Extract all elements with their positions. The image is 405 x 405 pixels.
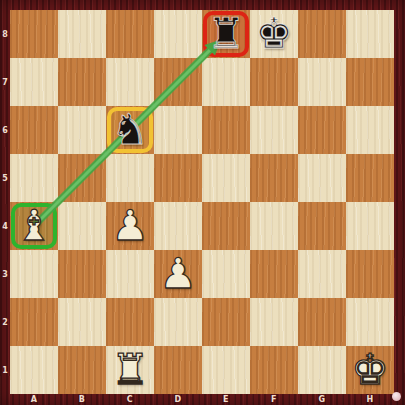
square-b6[interactable] (58, 106, 106, 154)
square-f7[interactable] (250, 58, 298, 106)
file-label-c: C (106, 394, 154, 405)
rank-label-4: 4 (0, 202, 10, 250)
square-e7[interactable] (202, 58, 250, 106)
file-label-b: B (58, 394, 106, 405)
square-h3[interactable] (346, 250, 394, 298)
square-h6[interactable] (346, 106, 394, 154)
square-g6[interactable] (298, 106, 346, 154)
square-g8[interactable] (298, 10, 346, 58)
square-e5[interactable] (202, 154, 250, 202)
square-b8[interactable] (58, 10, 106, 58)
square-f3[interactable] (250, 250, 298, 298)
piece-black-rook-e8[interactable]: ♜ (202, 10, 250, 58)
square-h7[interactable] (346, 58, 394, 106)
piece-white-pawn-c4[interactable]: ♟ (106, 202, 154, 250)
square-f6[interactable] (250, 106, 298, 154)
rank-label-3: 3 (0, 250, 10, 298)
square-c3[interactable] (106, 250, 154, 298)
piece-black-king-f8[interactable]: ♚ (250, 10, 298, 58)
square-c5[interactable] (106, 154, 154, 202)
square-d8[interactable] (154, 10, 202, 58)
square-d7[interactable] (154, 58, 202, 106)
square-a7[interactable] (10, 58, 58, 106)
square-a6[interactable] (10, 106, 58, 154)
square-e1[interactable] (202, 346, 250, 394)
square-f2[interactable] (250, 298, 298, 346)
file-label-f: F (250, 394, 298, 405)
rank-label-2: 2 (0, 298, 10, 346)
square-d1[interactable] (154, 346, 202, 394)
file-label-h: H (346, 394, 394, 405)
square-d2[interactable] (154, 298, 202, 346)
square-g3[interactable] (298, 250, 346, 298)
file-label-e: E (202, 394, 250, 405)
rank-label-6: 6 (0, 106, 10, 154)
square-e4[interactable] (202, 202, 250, 250)
square-h2[interactable] (346, 298, 394, 346)
square-h8[interactable] (346, 10, 394, 58)
square-g4[interactable] (298, 202, 346, 250)
chess-board-frame: 12345678ABCDEFGH♜♚♞♝♟♟♜♚ (0, 0, 405, 405)
square-c8[interactable] (106, 10, 154, 58)
file-label-g: G (298, 394, 346, 405)
square-g2[interactable] (298, 298, 346, 346)
square-a2[interactable] (10, 298, 58, 346)
square-g7[interactable] (298, 58, 346, 106)
square-e2[interactable] (202, 298, 250, 346)
square-a8[interactable] (10, 10, 58, 58)
square-a1[interactable] (10, 346, 58, 394)
square-f5[interactable] (250, 154, 298, 202)
rank-label-1: 1 (0, 346, 10, 394)
rank-label-5: 5 (0, 154, 10, 202)
chess-board (10, 10, 394, 394)
file-label-a: A (10, 394, 58, 405)
rank-label-7: 7 (0, 58, 10, 106)
square-b3[interactable] (58, 250, 106, 298)
piece-white-king-h1[interactable]: ♚ (346, 346, 394, 394)
piece-white-rook-c1[interactable]: ♜ (106, 346, 154, 394)
square-b7[interactable] (58, 58, 106, 106)
piece-white-pawn-d3[interactable]: ♟ (154, 250, 202, 298)
square-b1[interactable] (58, 346, 106, 394)
square-d5[interactable] (154, 154, 202, 202)
square-e3[interactable] (202, 250, 250, 298)
square-c7[interactable] (106, 58, 154, 106)
square-a3[interactable] (10, 250, 58, 298)
square-h4[interactable] (346, 202, 394, 250)
square-e6[interactable] (202, 106, 250, 154)
square-d6[interactable] (154, 106, 202, 154)
square-g1[interactable] (298, 346, 346, 394)
square-b5[interactable] (58, 154, 106, 202)
square-f1[interactable] (250, 346, 298, 394)
square-b4[interactable] (58, 202, 106, 250)
corner-dot (392, 392, 401, 401)
rank-label-8: 8 (0, 10, 10, 58)
square-f4[interactable] (250, 202, 298, 250)
piece-black-knight-c6[interactable]: ♞ (106, 106, 154, 154)
square-a5[interactable] (10, 154, 58, 202)
square-c2[interactable] (106, 298, 154, 346)
square-g5[interactable] (298, 154, 346, 202)
square-h5[interactable] (346, 154, 394, 202)
file-label-d: D (154, 394, 202, 405)
square-b2[interactable] (58, 298, 106, 346)
square-d4[interactable] (154, 202, 202, 250)
piece-white-bishop-a4[interactable]: ♝ (10, 202, 58, 250)
